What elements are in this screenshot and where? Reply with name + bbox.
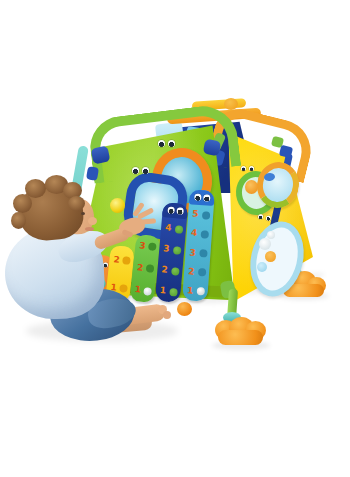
child-eye bbox=[81, 212, 85, 215]
child-toes bbox=[163, 311, 171, 319]
hair-curl bbox=[13, 194, 32, 213]
toddler bbox=[0, 0, 350, 477]
hair-curl bbox=[68, 196, 85, 211]
child-lips bbox=[85, 227, 94, 231]
hair-curl bbox=[11, 212, 26, 229]
product-photo: 1 2 1 3 2 1 bbox=[0, 0, 350, 477]
child-nose bbox=[88, 217, 97, 225]
child-finger bbox=[140, 218, 156, 225]
hair-curl bbox=[25, 179, 46, 198]
